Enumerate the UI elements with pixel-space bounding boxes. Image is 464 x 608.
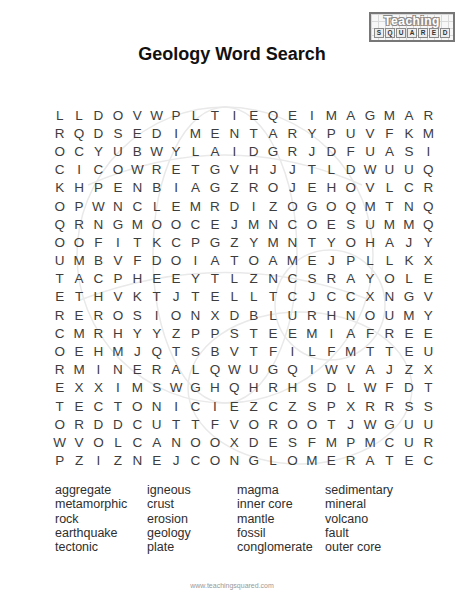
grid-cell-r18c10[interactable]: V (225, 415, 244, 433)
grid-cell-r12c16[interactable]: N (341, 306, 360, 324)
grid-cell-r20c20[interactable]: C (419, 452, 438, 470)
grid-cell-r6c14[interactable]: G (302, 197, 321, 215)
grid-cell-r14c9[interactable]: B (205, 342, 224, 360)
grid-cell-r13c19[interactable]: E (399, 324, 418, 342)
grid-cell-r16c11[interactable]: H (244, 379, 263, 397)
grid-cell-r1c5[interactable]: V (128, 106, 147, 124)
grid-cell-r2c20[interactable]: M (419, 124, 438, 142)
grid-cell-r19c5[interactable]: C (128, 433, 147, 451)
grid-cell-r20c12[interactable]: L (263, 452, 282, 470)
grid-cell-r6c20[interactable]: Q (419, 197, 438, 215)
grid-cell-r16c17[interactable]: W (360, 379, 379, 397)
grid-cell-r10c10[interactable]: L (225, 270, 244, 288)
grid-cell-r10c18[interactable]: O (380, 270, 399, 288)
grid-cell-r11c5[interactable]: K (128, 288, 147, 306)
grid-cell-r4c12[interactable]: J (263, 161, 282, 179)
grid-cell-r9c4[interactable]: V (108, 252, 127, 270)
grid-cell-r5c19[interactable]: C (399, 179, 418, 197)
grid-cell-r9c19[interactable]: K (399, 252, 418, 270)
grid-cell-r5c16[interactable]: O (341, 179, 360, 197)
grid-cell-r20c5[interactable]: N (128, 452, 147, 470)
grid-cell-r16c6[interactable]: S (147, 379, 166, 397)
grid-cell-r17c12[interactable]: C (263, 397, 282, 415)
grid-cell-r20c11[interactable]: G (244, 452, 263, 470)
grid-cell-r17c10[interactable]: E (225, 397, 244, 415)
grid-cell-r11c12[interactable]: T (263, 288, 282, 306)
grid-cell-r2c8[interactable]: M (186, 124, 205, 142)
grid-cell-r10c8[interactable]: Y (186, 270, 205, 288)
grid-cell-r16c5[interactable]: M (128, 379, 147, 397)
grid-cell-r3c17[interactable]: U (360, 142, 379, 160)
grid-cell-r1c7[interactable]: P (166, 106, 185, 124)
grid-cell-r14c1[interactable]: O (50, 342, 69, 360)
grid-cell-r14c13[interactable]: I (283, 342, 302, 360)
grid-cell-r4c5[interactable]: W (128, 161, 147, 179)
grid-cell-r11c15[interactable]: C (322, 288, 341, 306)
grid-cell-r1c4[interactable]: O (108, 106, 127, 124)
grid-cell-r3c4[interactable]: U (108, 142, 127, 160)
grid-cell-r17c6[interactable]: N (147, 397, 166, 415)
grid-cell-r5c15[interactable]: H (322, 179, 341, 197)
grid-cell-r9c5[interactable]: F (128, 252, 147, 270)
grid-cell-r13c5[interactable]: Y (128, 324, 147, 342)
grid-cell-r3c16[interactable]: F (341, 142, 360, 160)
grid-cell-r15c18[interactable]: J (380, 361, 399, 379)
grid-cell-r16c13[interactable]: H (283, 379, 302, 397)
grid-cell-r12c6[interactable]: I (147, 306, 166, 324)
grid-cell-r11c1[interactable]: E (50, 288, 69, 306)
grid-cell-r9c14[interactable]: E (302, 252, 321, 270)
grid-cell-r9c3[interactable]: B (89, 252, 108, 270)
grid-cell-r9c13[interactable]: M (283, 252, 302, 270)
grid-cell-r18c9[interactable]: F (205, 415, 224, 433)
grid-cell-r10c13[interactable]: C (283, 270, 302, 288)
grid-cell-r12c12[interactable]: L (263, 306, 282, 324)
grid-cell-r16c16[interactable]: L (341, 379, 360, 397)
grid-cell-r7c10[interactable]: J (225, 215, 244, 233)
grid-cell-r15c8[interactable]: L (186, 361, 205, 379)
grid-cell-r13c2[interactable]: M (69, 324, 88, 342)
grid-cell-r5c4[interactable]: E (108, 179, 127, 197)
grid-cell-r3c1[interactable]: O (50, 142, 69, 160)
grid-cell-r19c14[interactable]: F (302, 433, 321, 451)
grid-cell-r13c16[interactable]: A (341, 324, 360, 342)
grid-cell-r19c11[interactable]: D (244, 433, 263, 451)
grid-cell-r19c17[interactable]: M (360, 433, 379, 451)
grid-cell-r1c17[interactable]: G (360, 106, 379, 124)
grid-cell-r16c19[interactable]: D (399, 379, 418, 397)
grid-cell-r2c7[interactable]: I (166, 124, 185, 142)
grid-cell-r11c2[interactable]: T (69, 288, 88, 306)
grid-cell-r12c20[interactable]: Y (419, 306, 438, 324)
grid-cell-r11c14[interactable]: J (302, 288, 321, 306)
grid-cell-r10c20[interactable]: E (419, 270, 438, 288)
grid-cell-r7c1[interactable]: Q (50, 215, 69, 233)
grid-cell-r20c9[interactable]: O (205, 452, 224, 470)
grid-cell-r19c3[interactable]: O (89, 433, 108, 451)
grid-cell-r5c6[interactable]: B (147, 179, 166, 197)
grid-cell-r12c3[interactable]: R (89, 306, 108, 324)
grid-cell-r8c5[interactable]: T (128, 233, 147, 251)
grid-cell-r11c19[interactable]: G (399, 288, 418, 306)
grid-cell-r20c14[interactable]: M (302, 452, 321, 470)
grid-cell-r17c15[interactable]: P (322, 397, 341, 415)
grid-cell-r16c4[interactable]: I (108, 379, 127, 397)
grid-cell-r6c18[interactable]: T (380, 197, 399, 215)
grid-cell-r8c8[interactable]: P (186, 233, 205, 251)
grid-cell-r9c9[interactable]: A (205, 252, 224, 270)
grid-cell-r16c15[interactable]: D (322, 379, 341, 397)
grid-cell-r19c9[interactable]: O (205, 433, 224, 451)
grid-cell-r14c12[interactable]: F (263, 342, 282, 360)
grid-cell-r2c15[interactable]: P (322, 124, 341, 142)
grid-cell-r9c20[interactable]: X (419, 252, 438, 270)
grid-cell-r7c7[interactable]: O (166, 215, 185, 233)
grid-cell-r10c19[interactable]: L (399, 270, 418, 288)
grid-cell-r10c6[interactable]: E (147, 270, 166, 288)
grid-cell-r13c13[interactable]: E (283, 324, 302, 342)
grid-cell-r3c15[interactable]: D (322, 142, 341, 160)
grid-cell-r14c15[interactable]: F (322, 342, 341, 360)
grid-cell-r15c2[interactable]: M (69, 361, 88, 379)
grid-cell-r13c15[interactable]: I (322, 324, 341, 342)
grid-cell-r15c6[interactable]: R (147, 361, 166, 379)
grid-cell-r9c8[interactable]: I (186, 252, 205, 270)
grid-cell-r15c5[interactable]: E (128, 361, 147, 379)
grid-cell-r1c20[interactable]: R (419, 106, 438, 124)
grid-cell-r8c20[interactable]: Y (419, 233, 438, 251)
grid-cell-r6c11[interactable]: I (244, 197, 263, 215)
grid-cell-r17c18[interactable]: R (380, 397, 399, 415)
grid-cell-r13c11[interactable]: T (244, 324, 263, 342)
grid-cell-r17c7[interactable]: I (166, 397, 185, 415)
grid-cell-r4c4[interactable]: O (108, 161, 127, 179)
grid-cell-r11c6[interactable]: T (147, 288, 166, 306)
grid-cell-r3c18[interactable]: A (380, 142, 399, 160)
grid-cell-r10c3[interactable]: C (89, 270, 108, 288)
grid-cell-r7c3[interactable]: N (89, 215, 108, 233)
grid-cell-r7c12[interactable]: N (263, 215, 282, 233)
grid-cell-r5c10[interactable]: Z (225, 179, 244, 197)
grid-cell-r1c11[interactable]: E (244, 106, 263, 124)
grid-cell-r3c12[interactable]: G (263, 142, 282, 160)
grid-cell-r3c14[interactable]: J (302, 142, 321, 160)
grid-cell-r20c18[interactable]: T (380, 452, 399, 470)
grid-cell-r8c7[interactable]: C (166, 233, 185, 251)
grid-cell-r9c11[interactable]: O (244, 252, 263, 270)
grid-cell-r3c3[interactable]: Y (89, 142, 108, 160)
grid-cell-r14c17[interactable]: T (360, 342, 379, 360)
grid-cell-r7c4[interactable]: G (108, 215, 127, 233)
grid-cell-r19c13[interactable]: S (283, 433, 302, 451)
grid-cell-r18c6[interactable]: U (147, 415, 166, 433)
grid-cell-r1c6[interactable]: W (147, 106, 166, 124)
grid-cell-r5c13[interactable]: J (283, 179, 302, 197)
grid-cell-r11c10[interactable]: L (225, 288, 244, 306)
grid-cell-r13c12[interactable]: E (263, 324, 282, 342)
grid-cell-r5c11[interactable]: R (244, 179, 263, 197)
grid-cell-r10c5[interactable]: H (128, 270, 147, 288)
grid-cell-r17c17[interactable]: R (360, 397, 379, 415)
grid-cell-r2c13[interactable]: R (283, 124, 302, 142)
grid-cell-r9c17[interactable]: L (360, 252, 379, 270)
grid-cell-r6c13[interactable]: O (283, 197, 302, 215)
grid-cell-r10c2[interactable]: A (69, 270, 88, 288)
grid-cell-r4c14[interactable]: T (302, 161, 321, 179)
grid-cell-r3c8[interactable]: L (186, 142, 205, 160)
grid-cell-r7c9[interactable]: E (205, 215, 224, 233)
grid-cell-r8c12[interactable]: M (263, 233, 282, 251)
grid-cell-r14c16[interactable]: M (341, 342, 360, 360)
grid-cell-r20c13[interactable]: O (283, 452, 302, 470)
grid-cell-r4c3[interactable]: C (89, 161, 108, 179)
grid-cell-r19c19[interactable]: U (399, 433, 418, 451)
grid-cell-r6c16[interactable]: Q (341, 197, 360, 215)
grid-cell-r16c9[interactable]: H (205, 379, 224, 397)
grid-cell-r18c13[interactable]: O (283, 415, 302, 433)
grid-cell-r1c12[interactable]: Q (263, 106, 282, 124)
grid-cell-r8c18[interactable]: A (380, 233, 399, 251)
grid-cell-r8c11[interactable]: Y (244, 233, 263, 251)
grid-cell-r8c14[interactable]: T (302, 233, 321, 251)
grid-cell-r4c20[interactable]: Q (419, 161, 438, 179)
grid-cell-r1c8[interactable]: L (186, 106, 205, 124)
grid-cell-r13c20[interactable]: E (419, 324, 438, 342)
grid-cell-r20c19[interactable]: E (399, 452, 418, 470)
grid-cell-r17c20[interactable]: S (419, 397, 438, 415)
grid-cell-r10c14[interactable]: S (302, 270, 321, 288)
grid-cell-r14c2[interactable]: E (69, 342, 88, 360)
grid-cell-r20c2[interactable]: Z (69, 452, 88, 470)
grid-cell-r16c18[interactable]: F (380, 379, 399, 397)
grid-cell-r3c11[interactable]: D (244, 142, 263, 160)
grid-cell-r14c8[interactable]: S (186, 342, 205, 360)
grid-cell-r7c15[interactable]: E (322, 215, 341, 233)
grid-cell-r18c11[interactable]: O (244, 415, 263, 433)
grid-cell-r1c10[interactable]: I (225, 106, 244, 124)
grid-cell-r5c5[interactable]: N (128, 179, 147, 197)
grid-cell-r10c7[interactable]: E (166, 270, 185, 288)
grid-cell-r6c4[interactable]: N (108, 197, 127, 215)
grid-cell-r19c2[interactable]: V (69, 433, 88, 451)
grid-cell-r20c4[interactable]: Z (108, 452, 127, 470)
grid-cell-r4c11[interactable]: H (244, 161, 263, 179)
grid-cell-r15c17[interactable]: A (360, 361, 379, 379)
grid-cell-r10c1[interactable]: T (50, 270, 69, 288)
grid-cell-r13c9[interactable]: P (205, 324, 224, 342)
grid-cell-r13c8[interactable]: P (186, 324, 205, 342)
grid-cell-r14c10[interactable]: V (225, 342, 244, 360)
grid-cell-r2c16[interactable]: U (341, 124, 360, 142)
grid-cell-r5c17[interactable]: V (360, 179, 379, 197)
grid-cell-r13c1[interactable]: C (50, 324, 69, 342)
grid-cell-r3c19[interactable]: S (399, 142, 418, 160)
grid-cell-r17c9[interactable]: I (205, 397, 224, 415)
grid-cell-r4c13[interactable]: J (283, 161, 302, 179)
grid-cell-r18c3[interactable]: D (89, 415, 108, 433)
grid-cell-r14c11[interactable]: T (244, 342, 263, 360)
grid-cell-r8c15[interactable]: Y (322, 233, 341, 251)
grid-cell-r6c5[interactable]: C (128, 197, 147, 215)
grid-cell-r16c8[interactable]: G (186, 379, 205, 397)
grid-cell-r16c3[interactable]: X (89, 379, 108, 397)
grid-cell-r5c12[interactable]: O (263, 179, 282, 197)
grid-cell-r15c4[interactable]: N (108, 361, 127, 379)
grid-cell-r8c19[interactable]: J (399, 233, 418, 251)
grid-cell-r5c20[interactable]: R (419, 179, 438, 197)
grid-cell-r2c2[interactable]: Q (69, 124, 88, 142)
grid-cell-r11c20[interactable]: V (419, 288, 438, 306)
grid-cell-r13c6[interactable]: Y (147, 324, 166, 342)
grid-cell-r1c14[interactable]: I (302, 106, 321, 124)
grid-cell-r8c13[interactable]: N (283, 233, 302, 251)
grid-cell-r11c13[interactable]: C (283, 288, 302, 306)
grid-cell-r5c8[interactable]: A (186, 179, 205, 197)
grid-cell-r2c12[interactable]: A (263, 124, 282, 142)
grid-cell-r13c4[interactable]: H (108, 324, 127, 342)
grid-cell-r4c7[interactable]: E (166, 161, 185, 179)
grid-cell-r10c9[interactable]: T (205, 270, 224, 288)
grid-cell-r17c11[interactable]: Z (244, 397, 263, 415)
grid-cell-r20c16[interactable]: R (341, 452, 360, 470)
grid-cell-r1c18[interactable]: M (380, 106, 399, 124)
grid-cell-r4c6[interactable]: R (147, 161, 166, 179)
grid-cell-r9c16[interactable]: P (341, 252, 360, 270)
grid-cell-r15c12[interactable]: G (263, 361, 282, 379)
grid-cell-r4c10[interactable]: V (225, 161, 244, 179)
grid-cell-r6c7[interactable]: E (166, 197, 185, 215)
grid-cell-r11c7[interactable]: J (166, 288, 185, 306)
grid-cell-r6c6[interactable]: L (147, 197, 166, 215)
grid-cell-r15c11[interactable]: U (244, 361, 263, 379)
grid-cell-r20c1[interactable]: P (50, 452, 69, 470)
grid-cell-r14c7[interactable]: T (166, 342, 185, 360)
grid-cell-r17c8[interactable]: C (186, 397, 205, 415)
grid-cell-r16c20[interactable]: T (419, 379, 438, 397)
grid-cell-r17c4[interactable]: T (108, 397, 127, 415)
grid-cell-r8c10[interactable]: Z (225, 233, 244, 251)
grid-cell-r16c7[interactable]: W (166, 379, 185, 397)
grid-cell-r20c3[interactable]: I (89, 452, 108, 470)
grid-cell-r15c13[interactable]: Q (283, 361, 302, 379)
grid-cell-r19c6[interactable]: A (147, 433, 166, 451)
grid-cell-r6c15[interactable]: O (322, 197, 341, 215)
grid-cell-r7c13[interactable]: C (283, 215, 302, 233)
grid-cell-r4c16[interactable]: D (341, 161, 360, 179)
grid-cell-r9c1[interactable]: U (50, 252, 69, 270)
grid-cell-r10c4[interactable]: P (108, 270, 127, 288)
grid-cell-r18c4[interactable]: D (108, 415, 127, 433)
grid-cell-r7c18[interactable]: M (380, 215, 399, 233)
grid-cell-r19c20[interactable]: R (419, 433, 438, 451)
grid-cell-r3c10[interactable]: I (225, 142, 244, 160)
grid-cell-r15c16[interactable]: V (341, 361, 360, 379)
grid-cell-r1c19[interactable]: A (399, 106, 418, 124)
grid-cell-r6c12[interactable]: Z (263, 197, 282, 215)
grid-cell-r7c16[interactable]: S (341, 215, 360, 233)
grid-cell-r8c3[interactable]: F (89, 233, 108, 251)
grid-cell-r18c19[interactable]: U (399, 415, 418, 433)
grid-cell-r18c7[interactable]: T (166, 415, 185, 433)
grid-cell-r16c12[interactable]: R (263, 379, 282, 397)
grid-cell-r3c9[interactable]: A (205, 142, 224, 160)
grid-cell-r14c19[interactable]: E (399, 342, 418, 360)
grid-cell-r15c15[interactable]: W (322, 361, 341, 379)
grid-cell-r7c2[interactable]: R (69, 215, 88, 233)
grid-cell-r16c10[interactable]: Q (225, 379, 244, 397)
grid-cell-r17c16[interactable]: X (341, 397, 360, 415)
grid-cell-r18c18[interactable]: G (380, 415, 399, 433)
grid-cell-r12c11[interactable]: B (244, 306, 263, 324)
grid-cell-r19c16[interactable]: P (341, 433, 360, 451)
grid-cell-r8c1[interactable]: O (50, 233, 69, 251)
grid-cell-r2c11[interactable]: T (244, 124, 263, 142)
grid-cell-r8c17[interactable]: H (360, 233, 379, 251)
grid-cell-r19c1[interactable]: W (50, 433, 69, 451)
grid-cell-r20c6[interactable]: E (147, 452, 166, 470)
grid-cell-r1c1[interactable]: L (50, 106, 69, 124)
grid-cell-r19c12[interactable]: E (263, 433, 282, 451)
grid-cell-r5c14[interactable]: E (302, 179, 321, 197)
grid-cell-r15c7[interactable]: A (166, 361, 185, 379)
grid-cell-r9c15[interactable]: J (322, 252, 341, 270)
grid-cell-r2c3[interactable]: D (89, 124, 108, 142)
grid-cell-r19c8[interactable]: O (186, 433, 205, 451)
grid-cell-r18c5[interactable]: C (128, 415, 147, 433)
grid-cell-r3c20[interactable]: I (419, 142, 438, 160)
grid-cell-r6c3[interactable]: W (89, 197, 108, 215)
grid-cell-r2c18[interactable]: F (380, 124, 399, 142)
grid-cell-r20c15[interactable]: E (322, 452, 341, 470)
grid-cell-r17c5[interactable]: O (128, 397, 147, 415)
grid-cell-r2c1[interactable]: R (50, 124, 69, 142)
grid-cell-r12c5[interactable]: S (128, 306, 147, 324)
grid-cell-r20c8[interactable]: C (186, 452, 205, 470)
grid-cell-r17c19[interactable]: S (399, 397, 418, 415)
grid-cell-r9c12[interactable]: A (263, 252, 282, 270)
grid-cell-r7c11[interactable]: M (244, 215, 263, 233)
grid-cell-r16c2[interactable]: X (69, 379, 88, 397)
grid-cell-r10c15[interactable]: R (322, 270, 341, 288)
grid-cell-r19c18[interactable]: C (380, 433, 399, 451)
grid-cell-r1c9[interactable]: T (205, 106, 224, 124)
grid-cell-r7c8[interactable]: C (186, 215, 205, 233)
grid-cell-r8c2[interactable]: O (69, 233, 88, 251)
grid-cell-r17c13[interactable]: Z (283, 397, 302, 415)
grid-cell-r1c13[interactable]: E (283, 106, 302, 124)
grid-cell-r18c2[interactable]: R (69, 415, 88, 433)
grid-cell-r19c4[interactable]: L (108, 433, 127, 451)
grid-cell-r12c15[interactable]: H (322, 306, 341, 324)
grid-cell-r13c18[interactable]: R (380, 324, 399, 342)
grid-cell-r1c2[interactable]: L (69, 106, 88, 124)
grid-cell-r4c1[interactable]: C (50, 161, 69, 179)
grid-cell-r12c7[interactable]: O (166, 306, 185, 324)
grid-cell-r14c20[interactable]: U (419, 342, 438, 360)
grid-cell-r11c17[interactable]: X (360, 288, 379, 306)
grid-cell-r18c15[interactable]: T (322, 415, 341, 433)
grid-cell-r10c17[interactable]: Y (360, 270, 379, 288)
grid-cell-r14c3[interactable]: H (89, 342, 108, 360)
grid-cell-r4c15[interactable]: L (322, 161, 341, 179)
grid-cell-r8c9[interactable]: G (205, 233, 224, 251)
grid-cell-r2c6[interactable]: D (147, 124, 166, 142)
grid-cell-r14c14[interactable]: L (302, 342, 321, 360)
grid-cell-r12c17[interactable]: O (360, 306, 379, 324)
grid-cell-r4c9[interactable]: G (205, 161, 224, 179)
grid-cell-r15c3[interactable]: I (89, 361, 108, 379)
grid-cell-r15c9[interactable]: Q (205, 361, 224, 379)
